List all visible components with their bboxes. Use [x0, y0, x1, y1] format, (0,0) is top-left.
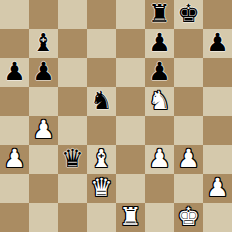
piece-white-pawn[interactable]: ♟: [177, 145, 199, 173]
square-g6[interactable]: [174, 58, 203, 87]
square-f3[interactable]: ♟: [145, 145, 174, 174]
square-c7[interactable]: [58, 29, 87, 58]
piece-black-pawn[interactable]: ♟: [32, 58, 54, 86]
square-g2[interactable]: [174, 174, 203, 203]
square-e4[interactable]: [116, 116, 145, 145]
square-c8[interactable]: [58, 0, 87, 29]
square-g1[interactable]: ♚: [174, 203, 203, 232]
square-c3[interactable]: ♛: [58, 145, 87, 174]
square-e6[interactable]: [116, 58, 145, 87]
square-d6[interactable]: [87, 58, 116, 87]
piece-white-queen[interactable]: ♛: [90, 174, 112, 202]
piece-black-pawn[interactable]: ♟: [148, 29, 170, 57]
square-c1[interactable]: [58, 203, 87, 232]
piece-white-rook[interactable]: ♜: [119, 203, 141, 231]
square-b7[interactable]: ♝: [29, 29, 58, 58]
square-h4[interactable]: [203, 116, 232, 145]
square-g7[interactable]: [174, 29, 203, 58]
square-a6[interactable]: ♟: [0, 58, 29, 87]
square-a8[interactable]: [0, 0, 29, 29]
square-b2[interactable]: [29, 174, 58, 203]
chess-board: ♜♚♝♟♟♟♟♟♞♞♟♟♛♝♟♟♛♟♜♚: [0, 0, 232, 232]
piece-black-pawn[interactable]: ♟: [3, 58, 25, 86]
square-f4[interactable]: [145, 116, 174, 145]
square-b8[interactable]: [29, 0, 58, 29]
piece-black-pawn[interactable]: ♟: [206, 29, 228, 57]
square-g8[interactable]: ♚: [174, 0, 203, 29]
square-c4[interactable]: [58, 116, 87, 145]
square-e7[interactable]: [116, 29, 145, 58]
piece-white-pawn[interactable]: ♟: [32, 116, 54, 144]
piece-black-rook[interactable]: ♜: [148, 0, 170, 28]
square-h5[interactable]: [203, 87, 232, 116]
square-b5[interactable]: [29, 87, 58, 116]
piece-black-pawn[interactable]: ♟: [148, 58, 170, 86]
square-b1[interactable]: [29, 203, 58, 232]
piece-white-bishop[interactable]: ♝: [90, 145, 112, 173]
square-f1[interactable]: [145, 203, 174, 232]
square-b6[interactable]: ♟: [29, 58, 58, 87]
square-a5[interactable]: [0, 87, 29, 116]
square-h8[interactable]: [203, 0, 232, 29]
square-g5[interactable]: [174, 87, 203, 116]
square-a7[interactable]: [0, 29, 29, 58]
square-a1[interactable]: [0, 203, 29, 232]
square-a2[interactable]: [0, 174, 29, 203]
square-f2[interactable]: [145, 174, 174, 203]
piece-white-king[interactable]: ♚: [177, 203, 199, 231]
square-c6[interactable]: [58, 58, 87, 87]
square-d8[interactable]: [87, 0, 116, 29]
piece-black-bishop[interactable]: ♝: [32, 29, 54, 57]
piece-white-pawn[interactable]: ♟: [3, 145, 25, 173]
piece-black-king[interactable]: ♚: [177, 0, 199, 28]
square-g4[interactable]: [174, 116, 203, 145]
square-d2[interactable]: ♛: [87, 174, 116, 203]
square-c5[interactable]: [58, 87, 87, 116]
square-h1[interactable]: [203, 203, 232, 232]
square-h2[interactable]: ♟: [203, 174, 232, 203]
square-d4[interactable]: [87, 116, 116, 145]
piece-white-pawn[interactable]: ♟: [206, 174, 228, 202]
square-f7[interactable]: ♟: [145, 29, 174, 58]
square-h7[interactable]: ♟: [203, 29, 232, 58]
square-e8[interactable]: [116, 0, 145, 29]
square-a4[interactable]: [0, 116, 29, 145]
square-f8[interactable]: ♜: [145, 0, 174, 29]
square-d7[interactable]: [87, 29, 116, 58]
square-d1[interactable]: [87, 203, 116, 232]
square-c2[interactable]: [58, 174, 87, 203]
square-e1[interactable]: ♜: [116, 203, 145, 232]
square-e2[interactable]: [116, 174, 145, 203]
piece-white-pawn[interactable]: ♟: [148, 145, 170, 173]
piece-black-knight[interactable]: ♞: [90, 87, 112, 115]
square-b3[interactable]: [29, 145, 58, 174]
square-g3[interactable]: ♟: [174, 145, 203, 174]
piece-black-queen[interactable]: ♛: [61, 145, 83, 173]
square-b4[interactable]: ♟: [29, 116, 58, 145]
piece-white-knight[interactable]: ♞: [148, 87, 170, 115]
square-a3[interactable]: ♟: [0, 145, 29, 174]
square-h6[interactable]: [203, 58, 232, 87]
square-f5[interactable]: ♞: [145, 87, 174, 116]
square-d3[interactable]: ♝: [87, 145, 116, 174]
square-f6[interactable]: ♟: [145, 58, 174, 87]
square-e5[interactable]: [116, 87, 145, 116]
square-h3[interactable]: [203, 145, 232, 174]
square-e3[interactable]: [116, 145, 145, 174]
square-d5[interactable]: ♞: [87, 87, 116, 116]
